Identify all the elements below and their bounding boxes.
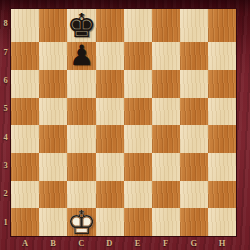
square-b3[interactable] (39, 153, 67, 181)
square-a2[interactable] (11, 181, 39, 209)
square-f5[interactable] (152, 98, 180, 126)
square-e2[interactable] (124, 181, 152, 209)
file-label-f: F (152, 236, 180, 250)
white-king-outline-glyph: ♔ (67, 208, 97, 236)
square-f7[interactable] (152, 42, 180, 70)
square-e4[interactable] (124, 125, 152, 153)
square-b4[interactable] (39, 125, 67, 153)
square-d1[interactable] (96, 208, 124, 236)
square-b2[interactable] (39, 181, 67, 209)
square-h7[interactable] (208, 42, 236, 70)
square-h6[interactable] (208, 70, 236, 98)
square-b7[interactable] (39, 42, 67, 70)
rank-label-7: 7 (0, 37, 11, 65)
square-f2[interactable] (152, 181, 180, 209)
square-h4[interactable] (208, 125, 236, 153)
square-h5[interactable] (208, 98, 236, 126)
square-g4[interactable] (180, 125, 208, 153)
square-f4[interactable] (152, 125, 180, 153)
rank-label-2: 2 (0, 179, 11, 207)
square-d2[interactable] (96, 181, 124, 209)
square-e1[interactable] (124, 208, 152, 236)
square-e6[interactable] (124, 70, 152, 98)
file-label-c: C (67, 236, 95, 250)
square-b5[interactable] (39, 98, 67, 126)
file-label-b: B (39, 236, 67, 250)
chess-board: ♚♟♚♔ (11, 9, 236, 236)
square-a8[interactable] (11, 9, 39, 42)
square-d6[interactable] (96, 70, 124, 98)
square-a6[interactable] (11, 70, 39, 98)
square-h8[interactable] (208, 9, 236, 42)
square-d5[interactable] (96, 98, 124, 126)
square-f1[interactable] (152, 208, 180, 236)
square-e7[interactable] (124, 42, 152, 70)
square-c8[interactable]: ♚ (67, 9, 97, 42)
file-label-e: E (124, 236, 152, 250)
file-label-h: H (208, 236, 236, 250)
rank-label-8: 8 (0, 9, 11, 37)
square-g3[interactable] (180, 153, 208, 181)
square-g8[interactable] (180, 9, 208, 42)
square-a5[interactable] (11, 98, 39, 126)
square-g6[interactable] (180, 70, 208, 98)
file-labels: ABCDEFGH (11, 236, 236, 250)
square-g1[interactable] (180, 208, 208, 236)
square-h3[interactable] (208, 153, 236, 181)
square-b6[interactable] (39, 70, 67, 98)
square-a7[interactable] (11, 42, 39, 70)
square-e5[interactable] (124, 98, 152, 126)
square-g7[interactable] (180, 42, 208, 70)
square-b1[interactable] (39, 208, 67, 236)
chessboard-diagram: 87654321 ♚♟♚♔ ABCDEFGH (0, 0, 250, 250)
square-c4[interactable] (67, 125, 97, 153)
square-c7[interactable]: ♟ (67, 42, 97, 70)
square-d3[interactable] (96, 153, 124, 181)
square-d4[interactable] (96, 125, 124, 153)
square-a3[interactable] (11, 153, 39, 181)
rank-label-5: 5 (0, 94, 11, 122)
square-c6[interactable] (67, 70, 97, 98)
square-e3[interactable] (124, 153, 152, 181)
square-g5[interactable] (180, 98, 208, 126)
square-e8[interactable] (124, 9, 152, 42)
rank-label-4: 4 (0, 123, 11, 151)
rank-label-3: 3 (0, 151, 11, 179)
square-f6[interactable] (152, 70, 180, 98)
piece-white-king[interactable]: ♚♔ (67, 208, 97, 236)
piece-black-king[interactable]: ♚ (67, 9, 97, 42)
file-label-d: D (95, 236, 123, 250)
square-b8[interactable] (39, 9, 67, 42)
file-label-g: G (180, 236, 208, 250)
square-c1[interactable]: ♚♔ (67, 208, 97, 236)
file-label-a: A (11, 236, 39, 250)
piece-black-pawn[interactable]: ♟ (69, 42, 94, 70)
square-d8[interactable] (96, 9, 124, 42)
square-h2[interactable] (208, 181, 236, 209)
rank-label-6: 6 (0, 66, 11, 94)
square-f8[interactable] (152, 9, 180, 42)
square-h1[interactable] (208, 208, 236, 236)
rank-labels: 87654321 (0, 9, 11, 236)
square-c5[interactable] (67, 98, 97, 126)
square-c3[interactable] (67, 153, 97, 181)
square-d7[interactable] (96, 42, 124, 70)
square-a4[interactable] (11, 125, 39, 153)
square-a1[interactable] (11, 208, 39, 236)
square-g2[interactable] (180, 181, 208, 209)
rank-label-1: 1 (0, 208, 11, 236)
square-f3[interactable] (152, 153, 180, 181)
